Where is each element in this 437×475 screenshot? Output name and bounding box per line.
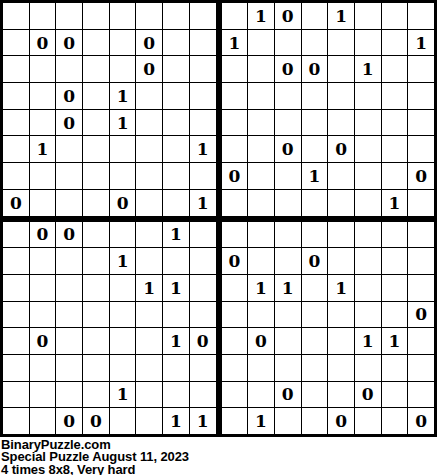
cell-r12c15[interactable] xyxy=(382,302,408,328)
cell-r8c16[interactable] xyxy=(408,190,434,216)
cell-r4c7[interactable] xyxy=(163,83,189,109)
cell-r9c8[interactable] xyxy=(190,222,216,248)
cell-r13c13[interactable] xyxy=(328,328,354,354)
cell-r1c12[interactable] xyxy=(302,3,328,29)
cell-r6c3[interactable] xyxy=(56,136,82,162)
cell-r12c5[interactable] xyxy=(110,302,136,328)
cell-r12c14[interactable] xyxy=(355,302,381,328)
cell-r8c5: 0 xyxy=(110,190,136,216)
cell-r13c16[interactable] xyxy=(408,328,434,354)
cell-r1c11: 0 xyxy=(275,3,301,29)
cell-r6c14[interactable] xyxy=(355,136,381,162)
cell-r1c6[interactable] xyxy=(136,3,162,29)
cell-r11c16[interactable] xyxy=(408,275,434,301)
cell-r4c5: 1 xyxy=(110,83,136,109)
cell-r2c4[interactable] xyxy=(83,30,109,56)
puzzle-grid: 1010001100010101110001000110011001111100… xyxy=(0,0,437,437)
cell-r9c15[interactable] xyxy=(382,222,408,248)
cell-r16c16: 0 xyxy=(408,408,434,434)
cell-r13c9[interactable] xyxy=(222,328,248,354)
cell-r6c11: 0 xyxy=(275,136,301,162)
cell-r11c6: 1 xyxy=(136,275,162,301)
cell-r15c16[interactable] xyxy=(408,382,434,408)
cell-r8c11[interactable] xyxy=(275,190,301,216)
cell-r5c1[interactable] xyxy=(3,110,29,136)
cell-r7c12: 1 xyxy=(302,163,328,189)
cell-r4c9[interactable] xyxy=(222,83,248,109)
cell-r15c2[interactable] xyxy=(30,382,56,408)
cell-r14c9[interactable] xyxy=(222,355,248,381)
cell-r6c7[interactable] xyxy=(163,136,189,162)
cell-r2c16: 1 xyxy=(408,30,434,56)
cell-r9c16[interactable] xyxy=(408,222,434,248)
cell-r11c9[interactable] xyxy=(222,275,248,301)
cell-r15c6[interactable] xyxy=(136,382,162,408)
cell-r15c14: 0 xyxy=(355,382,381,408)
cell-r11c4[interactable] xyxy=(83,275,109,301)
cell-r11c10: 1 xyxy=(248,275,274,301)
cell-r8c9[interactable] xyxy=(222,190,248,216)
cell-r2c8[interactable] xyxy=(190,30,216,56)
cell-r7c14[interactable] xyxy=(355,163,381,189)
cell-r3c6: 0 xyxy=(136,56,162,82)
cell-r13c14: 1 xyxy=(355,328,381,354)
cell-r14c8[interactable] xyxy=(190,355,216,381)
cell-r10c14[interactable] xyxy=(355,248,381,274)
cell-r10c3[interactable] xyxy=(56,248,82,274)
cell-r9c1[interactable] xyxy=(3,222,29,248)
cell-r7c3[interactable] xyxy=(56,163,82,189)
cell-r11c14[interactable] xyxy=(355,275,381,301)
cell-r10c13[interactable] xyxy=(328,248,354,274)
cell-r4c16[interactable] xyxy=(408,83,434,109)
cell-r3c5[interactable] xyxy=(110,56,136,82)
cell-r14c16[interactable] xyxy=(408,355,434,381)
cell-r8c4[interactable] xyxy=(83,190,109,216)
cell-r4c2[interactable] xyxy=(30,83,56,109)
cell-r5c7[interactable] xyxy=(163,110,189,136)
cell-r12c4[interactable] xyxy=(83,302,109,328)
cell-r4c12[interactable] xyxy=(302,83,328,109)
cell-r15c15[interactable] xyxy=(382,382,408,408)
cell-r13c10: 0 xyxy=(248,328,274,354)
cell-r9c7: 1 xyxy=(163,222,189,248)
cell-r13c15: 1 xyxy=(382,328,408,354)
cell-r16c1[interactable] xyxy=(3,408,29,434)
cell-r9c3: 0 xyxy=(56,222,82,248)
cell-r12c7[interactable] xyxy=(163,302,189,328)
cell-r7c9: 0 xyxy=(222,163,248,189)
cell-r11c13: 1 xyxy=(328,275,354,301)
cell-r15c4[interactable] xyxy=(83,382,109,408)
cell-r15c9[interactable] xyxy=(222,382,248,408)
cell-r15c8[interactable] xyxy=(190,382,216,408)
cell-r3c16[interactable] xyxy=(408,56,434,82)
cell-r14c7[interactable] xyxy=(163,355,189,381)
cell-r15c3[interactable] xyxy=(56,382,82,408)
cell-r6c15[interactable] xyxy=(382,136,408,162)
cell-r16c3: 0 xyxy=(56,408,82,434)
cell-r3c14: 1 xyxy=(355,56,381,82)
cell-r1c4[interactable] xyxy=(83,3,109,29)
cell-r8c14[interactable] xyxy=(355,190,381,216)
cell-r6c12[interactable] xyxy=(302,136,328,162)
cell-r4c13[interactable] xyxy=(328,83,354,109)
cell-r12c12[interactable] xyxy=(302,302,328,328)
cell-r1c10: 1 xyxy=(248,3,274,29)
cell-r8c2[interactable] xyxy=(30,190,56,216)
cell-r12c3[interactable] xyxy=(56,302,82,328)
cell-r9c2: 0 xyxy=(30,222,56,248)
cell-r12c11[interactable] xyxy=(275,302,301,328)
cell-r2c5[interactable] xyxy=(110,30,136,56)
cell-r10c8[interactable] xyxy=(190,248,216,274)
cell-r4c6[interactable] xyxy=(136,83,162,109)
cell-r9c12[interactable] xyxy=(302,222,328,248)
cell-r2c12[interactable] xyxy=(302,30,328,56)
cell-r16c10: 1 xyxy=(248,408,274,434)
cell-r2c9: 1 xyxy=(222,30,248,56)
cell-r8c10[interactable] xyxy=(248,190,274,216)
cell-r2c1[interactable] xyxy=(3,30,29,56)
cell-r13c2: 0 xyxy=(30,328,56,354)
cell-r1c16[interactable] xyxy=(408,3,434,29)
cell-r3c9[interactable] xyxy=(222,56,248,82)
cell-r9c13[interactable] xyxy=(328,222,354,248)
cell-r2c3: 0 xyxy=(56,30,82,56)
cell-r11c7: 1 xyxy=(163,275,189,301)
cell-r3c13[interactable] xyxy=(328,56,354,82)
cell-r15c12[interactable] xyxy=(302,382,328,408)
cell-r13c6[interactable] xyxy=(136,328,162,354)
cell-r14c3[interactable] xyxy=(56,355,82,381)
cell-r1c14[interactable] xyxy=(355,3,381,29)
cell-r12c16: 0 xyxy=(408,302,434,328)
cell-r5c12[interactable] xyxy=(302,110,328,136)
cell-r10c4[interactable] xyxy=(83,248,109,274)
cell-r16c8: 1 xyxy=(190,408,216,434)
cell-r8c15: 1 xyxy=(382,190,408,216)
cell-r13c8: 0 xyxy=(190,328,216,354)
cell-r16c13: 0 xyxy=(328,408,354,434)
cell-r10c12: 0 xyxy=(302,248,328,274)
cell-r14c6[interactable] xyxy=(136,355,162,381)
cell-r4c11[interactable] xyxy=(275,83,301,109)
cell-r5c4[interactable] xyxy=(83,110,109,136)
cell-r9c14[interactable] xyxy=(355,222,381,248)
cell-r3c12: 0 xyxy=(302,56,328,82)
cell-r7c6[interactable] xyxy=(136,163,162,189)
cell-r14c10[interactable] xyxy=(248,355,274,381)
cell-r8c13[interactable] xyxy=(328,190,354,216)
cell-r12c9[interactable] xyxy=(222,302,248,328)
cell-r14c11[interactable] xyxy=(275,355,301,381)
cell-r16c7: 1 xyxy=(163,408,189,434)
cell-r5c5: 1 xyxy=(110,110,136,136)
cell-r14c12[interactable] xyxy=(302,355,328,381)
cell-r16c6[interactable] xyxy=(136,408,162,434)
cell-r5c9[interactable] xyxy=(222,110,248,136)
cell-r6c9[interactable] xyxy=(222,136,248,162)
cell-r6c1[interactable] xyxy=(3,136,29,162)
cell-r7c2[interactable] xyxy=(30,163,56,189)
cell-r9c9[interactable] xyxy=(222,222,248,248)
cell-r15c13[interactable] xyxy=(328,382,354,408)
cell-r7c7[interactable] xyxy=(163,163,189,189)
cell-r8c8: 1 xyxy=(190,190,216,216)
cell-r6c13: 0 xyxy=(328,136,354,162)
cell-r8c6[interactable] xyxy=(136,190,162,216)
cell-r15c7[interactable] xyxy=(163,382,189,408)
cell-r14c1[interactable] xyxy=(3,355,29,381)
cell-r7c13[interactable] xyxy=(328,163,354,189)
cell-r7c15[interactable] xyxy=(382,163,408,189)
cell-r13c12[interactable] xyxy=(302,328,328,354)
cell-r14c4[interactable] xyxy=(83,355,109,381)
cell-r7c10[interactable] xyxy=(248,163,274,189)
cell-r14c15[interactable] xyxy=(382,355,408,381)
cell-r8c1: 0 xyxy=(3,190,29,216)
cell-r14c14[interactable] xyxy=(355,355,381,381)
cell-r12c6[interactable] xyxy=(136,302,162,328)
cell-r4c8[interactable] xyxy=(190,83,216,109)
cell-r2c7[interactable] xyxy=(163,30,189,56)
cell-r1c5[interactable] xyxy=(110,3,136,29)
cell-r9c5[interactable] xyxy=(110,222,136,248)
cell-r8c3[interactable] xyxy=(56,190,82,216)
cell-r3c2[interactable] xyxy=(30,56,56,82)
cell-r5c11[interactable] xyxy=(275,110,301,136)
cell-r16c15[interactable] xyxy=(382,408,408,434)
cell-r6c16[interactable] xyxy=(408,136,434,162)
cell-r2c11[interactable] xyxy=(275,30,301,56)
cell-r16c2[interactable] xyxy=(30,408,56,434)
cell-r16c12[interactable] xyxy=(302,408,328,434)
cell-r10c9: 0 xyxy=(222,248,248,274)
cell-r2c6: 0 xyxy=(136,30,162,56)
cell-r13c1[interactable] xyxy=(3,328,29,354)
cell-r1c13: 1 xyxy=(328,3,354,29)
cell-r10c6[interactable] xyxy=(136,248,162,274)
cell-r5c13[interactable] xyxy=(328,110,354,136)
cell-r1c8[interactable] xyxy=(190,3,216,29)
cell-r15c10[interactable] xyxy=(248,382,274,408)
cell-r2c2: 0 xyxy=(30,30,56,56)
cell-r4c14[interactable] xyxy=(355,83,381,109)
cell-r2c15[interactable] xyxy=(382,30,408,56)
cell-r10c11[interactable] xyxy=(275,248,301,274)
cell-r7c4[interactable] xyxy=(83,163,109,189)
cell-r16c4: 0 xyxy=(83,408,109,434)
cell-r1c3[interactable] xyxy=(56,3,82,29)
cell-r1c2[interactable] xyxy=(30,3,56,29)
cell-r16c11[interactable] xyxy=(275,408,301,434)
cell-r13c11[interactable] xyxy=(275,328,301,354)
cell-r9c10[interactable] xyxy=(248,222,274,248)
cell-r6c6[interactable] xyxy=(136,136,162,162)
cell-r10c5: 1 xyxy=(110,248,136,274)
cell-r7c1[interactable] xyxy=(3,163,29,189)
cell-r1c9[interactable] xyxy=(222,3,248,29)
page: 1010001100010101110001000110011001111100… xyxy=(0,0,437,475)
cell-r9c11[interactable] xyxy=(275,222,301,248)
cell-r9c4[interactable] xyxy=(83,222,109,248)
cell-r14c13[interactable] xyxy=(328,355,354,381)
cell-r6c4[interactable] xyxy=(83,136,109,162)
footer-info: 4 times 8x8, Very hard xyxy=(1,464,437,475)
cell-r5c3: 0 xyxy=(56,110,82,136)
cell-r9c6[interactable] xyxy=(136,222,162,248)
cell-r6c2: 1 xyxy=(30,136,56,162)
cell-r12c2[interactable] xyxy=(30,302,56,328)
cell-r6c10[interactable] xyxy=(248,136,274,162)
cell-r3c10[interactable] xyxy=(248,56,274,82)
cell-r4c15[interactable] xyxy=(382,83,408,109)
cell-r12c8[interactable] xyxy=(190,302,216,328)
cell-r6c8: 1 xyxy=(190,136,216,162)
cell-r10c16[interactable] xyxy=(408,248,434,274)
cell-r15c1[interactable] xyxy=(3,382,29,408)
cell-r6c5[interactable] xyxy=(110,136,136,162)
cell-r16c14[interactable] xyxy=(355,408,381,434)
cell-r11c8[interactable] xyxy=(190,275,216,301)
cell-r7c8[interactable] xyxy=(190,163,216,189)
cell-r14c2[interactable] xyxy=(30,355,56,381)
cell-r16c9[interactable] xyxy=(222,408,248,434)
cell-r12c1[interactable] xyxy=(3,302,29,328)
cell-r1c7[interactable] xyxy=(163,3,189,29)
cell-r3c8[interactable] xyxy=(190,56,216,82)
cell-r3c11: 0 xyxy=(275,56,301,82)
cell-r5c6[interactable] xyxy=(136,110,162,136)
cell-r15c11: 0 xyxy=(275,382,301,408)
cell-r13c4[interactable] xyxy=(83,328,109,354)
cell-r4c4[interactable] xyxy=(83,83,109,109)
cell-r7c11[interactable] xyxy=(275,163,301,189)
cell-r11c3[interactable] xyxy=(56,275,82,301)
cell-r3c3[interactable] xyxy=(56,56,82,82)
cell-r3c7[interactable] xyxy=(163,56,189,82)
cell-r10c1[interactable] xyxy=(3,248,29,274)
cell-r14c5[interactable] xyxy=(110,355,136,381)
cell-r11c2[interactable] xyxy=(30,275,56,301)
cell-r2c13[interactable] xyxy=(328,30,354,56)
cell-r12c10[interactable] xyxy=(248,302,274,328)
cell-r5c16[interactable] xyxy=(408,110,434,136)
cell-r3c1[interactable] xyxy=(3,56,29,82)
cell-r2c14[interactable] xyxy=(355,30,381,56)
cell-r5c8[interactable] xyxy=(190,110,216,136)
cell-r1c1[interactable] xyxy=(3,3,29,29)
cell-r12c13[interactable] xyxy=(328,302,354,328)
cell-r15c5: 1 xyxy=(110,382,136,408)
cell-r5c2[interactable] xyxy=(30,110,56,136)
cell-r10c7[interactable] xyxy=(163,248,189,274)
cell-r5c14[interactable] xyxy=(355,110,381,136)
cell-r8c7[interactable] xyxy=(163,190,189,216)
cell-r13c7: 1 xyxy=(163,328,189,354)
cell-r13c5[interactable] xyxy=(110,328,136,354)
cell-r4c1[interactable] xyxy=(3,83,29,109)
cell-r3c15[interactable] xyxy=(382,56,408,82)
cell-r16c5[interactable] xyxy=(110,408,136,434)
cell-r11c11: 1 xyxy=(275,275,301,301)
cell-r10c2[interactable] xyxy=(30,248,56,274)
cell-r7c5[interactable] xyxy=(110,163,136,189)
cell-r5c15[interactable] xyxy=(382,110,408,136)
cell-r11c12[interactable] xyxy=(302,275,328,301)
cell-r7c16: 0 xyxy=(408,163,434,189)
footer: BinaryPuzzle.com Special Puzzle August 1… xyxy=(0,437,437,475)
cell-r11c5[interactable] xyxy=(110,275,136,301)
cell-r5c10[interactable] xyxy=(248,110,274,136)
cell-r4c3: 0 xyxy=(56,83,82,109)
cell-r2c10[interactable] xyxy=(248,30,274,56)
cell-r11c15[interactable] xyxy=(382,275,408,301)
cell-r10c10[interactable] xyxy=(248,248,274,274)
cell-r10c15[interactable] xyxy=(382,248,408,274)
cell-r8c12[interactable] xyxy=(302,190,328,216)
cell-r1c15[interactable] xyxy=(382,3,408,29)
cell-r13c3[interactable] xyxy=(56,328,82,354)
cell-r11c1[interactable] xyxy=(3,275,29,301)
cell-r3c4[interactable] xyxy=(83,56,109,82)
cell-r4c10[interactable] xyxy=(248,83,274,109)
